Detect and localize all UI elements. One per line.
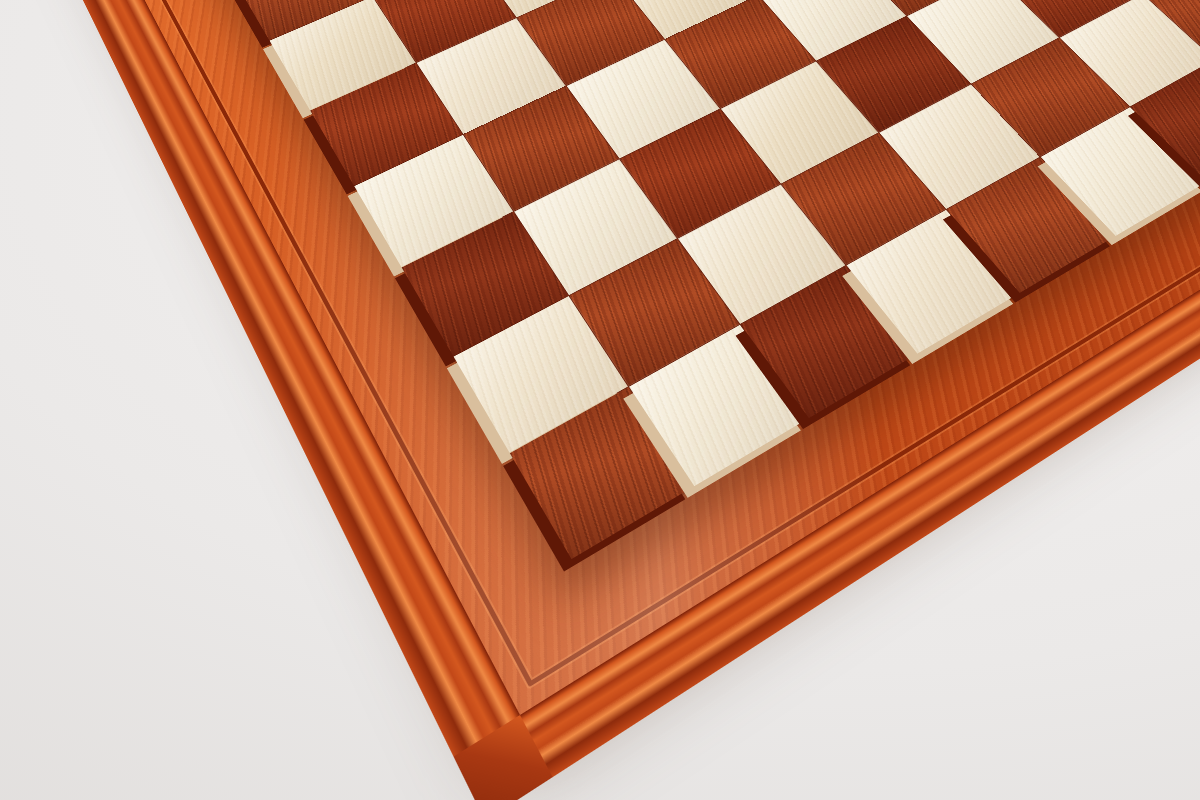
photo-backdrop	[0, 0, 1200, 800]
chess-board	[93, 0, 1200, 715]
perspective-scene	[0, 0, 1200, 800]
